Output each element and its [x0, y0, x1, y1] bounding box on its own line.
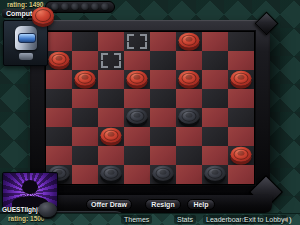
square-5-7: [228, 127, 254, 146]
square-2-2: [98, 70, 124, 89]
checkers-game-screen: Offer Draw Resign Help ◄) ThemesStatsLea…: [0, 0, 300, 225]
square-7-1: [72, 165, 98, 184]
square-4-3[interactable]: [124, 108, 150, 127]
square-3-3: [124, 89, 150, 108]
red-piece[interactable]: [231, 70, 252, 85]
menu-item-stats[interactable]: Stats: [174, 215, 196, 224]
black-piece[interactable]: [153, 165, 174, 180]
square-4-1[interactable]: [72, 108, 98, 127]
red-piece[interactable]: [49, 51, 70, 66]
square-3-1: [72, 89, 98, 108]
square-7-3: [124, 165, 150, 184]
captured-piece-slot: [81, 3, 89, 11]
square-1-2[interactable]: [98, 51, 124, 70]
robot-avatar: [3, 20, 48, 66]
square-5-6[interactable]: [202, 127, 228, 146]
last-move-marker: [101, 53, 108, 60]
square-6-0: [46, 146, 72, 165]
square-6-4: [150, 146, 176, 165]
robot-icon: [14, 26, 38, 60]
square-7-4[interactable]: [150, 165, 176, 184]
red-color-badge: [32, 7, 54, 24]
square-6-1[interactable]: [72, 146, 98, 165]
red-piece[interactable]: [179, 70, 200, 85]
square-2-1[interactable]: [72, 70, 98, 89]
square-2-4: [150, 70, 176, 89]
square-2-6: [202, 70, 228, 89]
bottom-player-rating: rating: 1500: [8, 215, 45, 222]
last-move-marker: [127, 34, 134, 41]
last-move-marker: [140, 42, 147, 49]
square-3-7: [228, 89, 254, 108]
square-4-0: [46, 108, 72, 127]
bottom-player-name: GUESTlIghj66q: [2, 206, 72, 213]
square-0-0: [46, 32, 72, 51]
captured-piece-slot: [91, 3, 99, 11]
square-2-0: [46, 70, 72, 89]
captured-piece-slot: [51, 3, 59, 11]
square-1-4[interactable]: [150, 51, 176, 70]
last-move-marker: [114, 61, 121, 68]
square-0-3[interactable]: [124, 32, 150, 51]
black-piece[interactable]: [127, 108, 148, 123]
last-move-marker: [127, 42, 134, 49]
resign-button[interactable]: Resign: [145, 199, 181, 210]
square-0-4: [150, 32, 176, 51]
square-6-6: [202, 146, 228, 165]
board-grid: [46, 32, 254, 184]
square-5-4[interactable]: [150, 127, 176, 146]
square-7-2[interactable]: [98, 165, 124, 184]
square-1-1: [72, 51, 98, 70]
menu-item-exit-to-lobby[interactable]: Exit to Lobby: [241, 215, 287, 224]
board-frame: [30, 20, 270, 196]
square-6-5[interactable]: [176, 146, 202, 165]
black-piece[interactable]: [101, 165, 122, 180]
square-0-7[interactable]: [228, 32, 254, 51]
square-0-6: [202, 32, 228, 51]
square-2-3[interactable]: [124, 70, 150, 89]
square-1-6[interactable]: [202, 51, 228, 70]
square-5-3: [124, 127, 150, 146]
square-3-5: [176, 89, 202, 108]
square-5-1: [72, 127, 98, 146]
black-color-badge: [38, 202, 57, 217]
square-6-2: [98, 146, 124, 165]
square-1-0[interactable]: [46, 51, 72, 70]
last-move-marker: [114, 53, 121, 60]
red-piece[interactable]: [231, 146, 252, 161]
square-2-5[interactable]: [176, 70, 202, 89]
square-1-5: [176, 51, 202, 70]
square-4-5[interactable]: [176, 108, 202, 127]
square-4-7[interactable]: [228, 108, 254, 127]
square-1-7: [228, 51, 254, 70]
square-6-7[interactable]: [228, 146, 254, 165]
black-piece[interactable]: [205, 165, 226, 180]
square-5-0[interactable]: [46, 127, 72, 146]
captured-pieces-tray: [45, 1, 115, 13]
red-piece[interactable]: [101, 127, 122, 142]
square-7-7: [228, 165, 254, 184]
square-4-2: [98, 108, 124, 127]
square-0-5[interactable]: [176, 32, 202, 51]
last-move-marker: [101, 61, 108, 68]
square-3-2[interactable]: [98, 89, 124, 108]
square-2-7[interactable]: [228, 70, 254, 89]
square-3-6[interactable]: [202, 89, 228, 108]
captured-piece-slot: [61, 3, 69, 11]
captured-piece-slot: [71, 3, 79, 11]
square-7-6[interactable]: [202, 165, 228, 184]
square-4-6: [202, 108, 228, 127]
black-piece[interactable]: [179, 108, 200, 123]
square-6-3[interactable]: [124, 146, 150, 165]
square-1-3: [124, 51, 150, 70]
square-0-2: [98, 32, 124, 51]
help-button[interactable]: Help: [187, 199, 215, 210]
frame-corner-ornament: [254, 11, 278, 35]
square-4-4: [150, 108, 176, 127]
square-7-5: [176, 165, 202, 184]
offer-draw-button[interactable]: Offer Draw: [86, 199, 132, 210]
red-piece[interactable]: [127, 70, 148, 85]
menu-item-themes[interactable]: Themes: [121, 215, 152, 224]
captured-piece-slot: [101, 3, 109, 11]
red-piece[interactable]: [75, 70, 96, 85]
red-piece[interactable]: [179, 32, 200, 47]
square-0-1[interactable]: [72, 32, 98, 51]
square-3-0[interactable]: [46, 89, 72, 108]
square-5-5: [176, 127, 202, 146]
square-3-4[interactable]: [150, 89, 176, 108]
robot-visor: [18, 33, 36, 43]
last-move-marker: [140, 34, 147, 41]
square-5-2[interactable]: [98, 127, 124, 146]
